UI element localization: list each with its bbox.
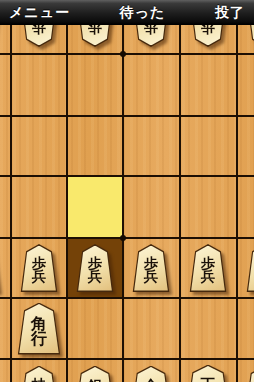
- grid-line: [10, 25, 12, 382]
- piece-orientation: 歩兵: [132, 244, 170, 292]
- piece-orientation: 歩兵: [132, 25, 170, 47]
- piece-kanji-label: 歩兵: [76, 25, 114, 47]
- shogi-piece-pawn-77[interactable]: 歩兵: [76, 244, 114, 292]
- shogi-piece-silver-79[interactable]: 銀将: [74, 366, 116, 382]
- piece-kanji-label: 歩兵: [20, 25, 58, 47]
- piece-kanji-label: 金将: [244, 366, 254, 382]
- shogi-piece-pawn-67[interactable]: 歩兵: [132, 244, 170, 292]
- shogi-piece-knight-89[interactable]: 桂馬: [19, 366, 59, 382]
- shogi-piece-pawn-47[interactable]: 歩兵: [246, 244, 254, 292]
- shogi-app-screen: メニュー 待った 投了 歩兵歩兵歩兵歩兵歩兵歩兵歩兵歩兵歩兵歩兵歩兵歩兵角行香車…: [0, 0, 254, 382]
- grid-line: [0, 358, 254, 360]
- piece-orientation: 歩兵: [76, 244, 114, 292]
- piece-orientation: 歩兵: [246, 25, 254, 47]
- piece-kanji-label: 歩兵: [189, 25, 227, 47]
- piece-kanji-label: 歩兵: [76, 244, 114, 292]
- shogi-piece-pawn-53[interactable]: 歩兵: [189, 25, 227, 47]
- piece-orientation: 歩兵: [20, 244, 58, 292]
- piece-orientation: 歩兵: [189, 25, 227, 47]
- piece-kanji-label: 銀将: [74, 366, 116, 382]
- menu-button[interactable]: メニュー: [9, 0, 70, 25]
- shogi-piece-king-59[interactable]: 王将: [185, 365, 231, 382]
- piece-kanji-label: 歩兵: [132, 25, 170, 47]
- undo-button[interactable]: 待った: [120, 0, 166, 25]
- shogi-piece-pawn-43[interactable]: 歩兵: [246, 25, 254, 47]
- shogi-piece-pawn-87[interactable]: 歩兵: [20, 244, 58, 292]
- piece-orientation: 歩兵: [76, 25, 114, 47]
- piece-kanji-label: 歩兵: [189, 244, 227, 292]
- grid-line: [0, 297, 254, 299]
- piece-kanji-label: 歩兵: [132, 244, 170, 292]
- piece-orientation: 歩兵: [20, 25, 58, 47]
- piece-kanji-label: 王将: [185, 365, 231, 382]
- piece-orientation: 歩兵: [189, 244, 227, 292]
- piece-kanji-label: 歩兵: [246, 25, 254, 47]
- grid-line: [0, 115, 254, 117]
- shogi-piece-gold-49[interactable]: 金将: [244, 366, 254, 382]
- piece-orientation: 金将: [244, 366, 254, 382]
- grid-line: [66, 25, 68, 382]
- piece-kanji-label: 角行: [17, 303, 61, 355]
- shogi-piece-pawn-73[interactable]: 歩兵: [76, 25, 114, 47]
- grid-line: [179, 25, 181, 382]
- shogi-piece-pawn-63[interactable]: 歩兵: [132, 25, 170, 47]
- resign-button[interactable]: 投了: [215, 0, 245, 25]
- piece-orientation: 角行: [17, 303, 61, 355]
- piece-kanji-label: 金将: [130, 366, 172, 382]
- grid-line: [0, 53, 254, 55]
- piece-orientation: 桂馬: [19, 366, 59, 382]
- shogi-board[interactable]: 歩兵歩兵歩兵歩兵歩兵歩兵歩兵歩兵歩兵歩兵歩兵歩兵角行香車桂馬銀将金将王将金将: [0, 25, 254, 382]
- grid-line: [122, 25, 124, 382]
- shogi-piece-pawn-57[interactable]: 歩兵: [189, 244, 227, 292]
- piece-orientation: 王将: [185, 365, 231, 382]
- grid-line: [0, 175, 254, 177]
- star-point: [120, 235, 126, 241]
- piece-orientation: 銀将: [74, 366, 116, 382]
- star-point: [120, 51, 126, 57]
- shogi-piece-bishop-88[interactable]: 角行: [17, 303, 61, 355]
- shogi-piece-gold-69[interactable]: 金将: [130, 366, 172, 382]
- grid-line: [236, 25, 238, 382]
- piece-kanji-label: 歩兵: [20, 244, 58, 292]
- piece-orientation: 歩兵: [246, 244, 254, 292]
- piece-orientation: 金将: [130, 366, 172, 382]
- piece-kanji-label: 桂馬: [19, 366, 59, 382]
- highlight-destination-square[interactable]: [68, 177, 122, 237]
- toolbar: メニュー 待った 投了: [0, 0, 254, 25]
- grid-line: [0, 237, 254, 239]
- piece-kanji-label: 歩兵: [246, 244, 254, 292]
- shogi-piece-pawn-83[interactable]: 歩兵: [20, 25, 58, 47]
